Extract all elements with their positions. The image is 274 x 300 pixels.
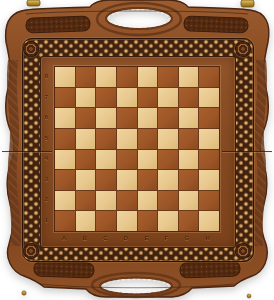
square-b6: [76, 108, 96, 128]
file-label-d: D: [124, 235, 128, 241]
square-c5: [96, 129, 116, 149]
square-e1: [138, 211, 158, 231]
square-e8: [138, 67, 158, 87]
carved-panel-bottom-left: [34, 261, 94, 278]
file-label-h: H: [205, 235, 209, 241]
fold-seam-left: [2, 151, 52, 153]
square-h8: [199, 67, 219, 87]
square-e6: [138, 108, 158, 128]
square-g5: [179, 129, 199, 149]
rank-label-7: 7: [45, 94, 48, 100]
square-g6: [179, 108, 199, 128]
square-f3: [158, 170, 178, 190]
square-a7: [55, 88, 75, 108]
carved-panel-bottom-right: [180, 261, 240, 278]
square-f2: [158, 191, 178, 211]
square-h2: [199, 191, 219, 211]
square-e5: [138, 129, 158, 149]
square-c7: [96, 88, 116, 108]
square-h6: [199, 108, 219, 128]
square-g4: [179, 150, 199, 170]
corner-rosette-bottom-right: [235, 243, 251, 259]
brass-pin-left: [22, 291, 26, 295]
square-h7: [199, 88, 219, 108]
square-d4: [117, 150, 137, 170]
square-c4: [96, 150, 116, 170]
square-b1: [76, 211, 96, 231]
corner-rosette-bottom-left: [23, 243, 39, 259]
square-e4: [138, 150, 158, 170]
square-f6: [158, 108, 178, 128]
square-d8: [117, 67, 137, 87]
square-c2: [96, 191, 116, 211]
brass-clasp-right: [241, 0, 254, 7]
rank-label-2: 2: [45, 196, 48, 202]
square-c1: [96, 211, 116, 231]
square-d6: [117, 108, 137, 128]
corner-rosette-top-right: [235, 41, 251, 57]
file-label-e: E: [144, 235, 148, 241]
square-f8: [158, 67, 178, 87]
square-d5: [117, 129, 137, 149]
file-label-c: C: [103, 235, 107, 241]
carved-panel-top-left: [26, 16, 90, 33]
square-g1: [179, 211, 199, 231]
square-a8: [55, 67, 75, 87]
file-label-b: B: [83, 235, 87, 241]
file-label-f: F: [165, 235, 169, 241]
fold-seam-right: [222, 151, 272, 153]
square-d3: [117, 170, 137, 190]
square-f7: [158, 88, 178, 108]
square-a4: [55, 150, 75, 170]
square-b3: [76, 170, 96, 190]
square-c8: [96, 67, 116, 87]
chess-grid: [54, 66, 220, 232]
square-c3: [96, 170, 116, 190]
file-label-g: G: [185, 235, 190, 241]
square-a6: [55, 108, 75, 128]
square-b2: [76, 191, 96, 211]
square-b8: [76, 67, 96, 87]
square-g8: [179, 67, 199, 87]
square-f1: [158, 211, 178, 231]
rank-label-1: 1: [45, 217, 48, 223]
square-g7: [179, 88, 199, 108]
rank-label-8: 8: [45, 73, 48, 79]
square-f5: [158, 129, 178, 149]
square-b7: [76, 88, 96, 108]
carved-panel-top-right: [184, 16, 248, 33]
rank-labels: 87654321: [40, 66, 53, 230]
rank-label-3: 3: [45, 176, 48, 182]
square-b5: [76, 129, 96, 149]
square-e2: [138, 191, 158, 211]
square-d7: [117, 88, 137, 108]
square-d2: [117, 191, 137, 211]
square-g3: [179, 170, 199, 190]
rank-label-6: 6: [45, 114, 48, 120]
square-e3: [138, 170, 158, 190]
square-e7: [138, 88, 158, 108]
square-h3: [199, 170, 219, 190]
square-h4: [199, 150, 219, 170]
square-b4: [76, 150, 96, 170]
bottom-handle-hole: [92, 273, 180, 297]
brass-clasp-left: [27, 0, 40, 6]
square-a5: [55, 129, 75, 149]
square-a3: [55, 170, 75, 190]
square-d1: [117, 211, 137, 231]
square-a1: [55, 211, 75, 231]
square-a2: [55, 191, 75, 211]
chess-board-photo: 87654321 ABCDEFGH: [0, 0, 274, 300]
rank-label-5: 5: [45, 135, 48, 141]
square-f4: [158, 150, 178, 170]
rank-label-4: 4: [45, 155, 48, 161]
file-labels: ABCDEFGH: [54, 231, 218, 244]
file-label-a: A: [62, 235, 66, 241]
brass-pin-right: [247, 294, 251, 298]
square-h5: [199, 129, 219, 149]
square-g2: [179, 191, 199, 211]
corner-rosette-top-left: [23, 41, 39, 57]
square-h1: [199, 211, 219, 231]
square-c6: [96, 108, 116, 128]
